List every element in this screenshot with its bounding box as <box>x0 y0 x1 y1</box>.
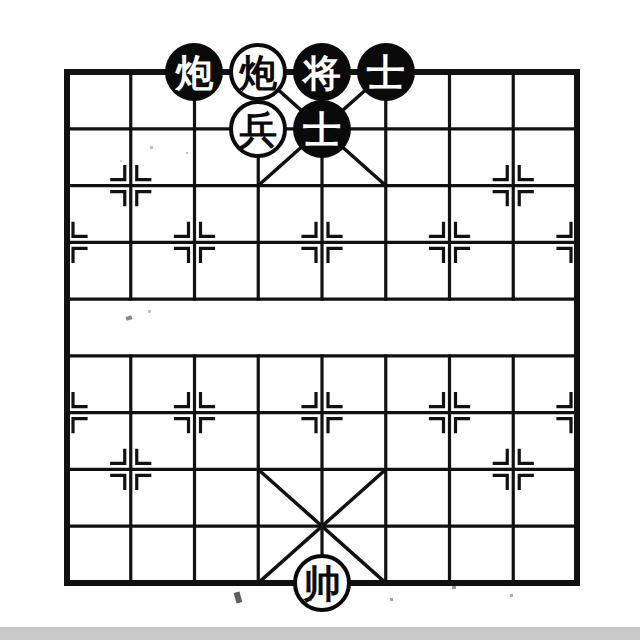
board-point <box>545 214 609 271</box>
board-point <box>163 498 227 555</box>
board-point <box>99 327 163 384</box>
board-point <box>354 441 418 498</box>
piece-glyph: 炮 <box>175 54 213 92</box>
board-point <box>354 498 418 555</box>
board-point: 兵 <box>226 100 290 157</box>
board-point <box>418 441 482 498</box>
board-point <box>354 214 418 271</box>
board-point <box>545 100 609 157</box>
board-point <box>99 44 163 101</box>
board-point <box>35 441 99 498</box>
board-point <box>290 498 354 555</box>
board-point: 将 <box>290 44 354 101</box>
board-point <box>35 271 99 328</box>
piece-black-cannon: 炮 <box>165 43 223 101</box>
board-point <box>163 271 227 328</box>
board-point <box>418 157 482 214</box>
board-point <box>99 384 163 441</box>
board-point <box>226 384 290 441</box>
board-point <box>290 271 354 328</box>
board-point <box>481 441 545 498</box>
piece-red-general: 帅 <box>293 554 351 612</box>
board-point <box>481 100 545 157</box>
page-bottom-bar <box>0 627 640 640</box>
board-point <box>481 384 545 441</box>
board-point <box>99 214 163 271</box>
board-point <box>290 214 354 271</box>
board-point: 炮 <box>163 44 227 101</box>
board-point <box>35 498 99 555</box>
board-point <box>481 157 545 214</box>
scan-noise <box>510 594 513 597</box>
board-point <box>99 554 163 611</box>
board-point <box>163 327 227 384</box>
board-point: 帅 <box>290 554 354 611</box>
board-point <box>99 157 163 214</box>
scan-noise <box>186 152 188 154</box>
piece-black-advisor-1: 士 <box>357 43 415 101</box>
xiangqi-diagram: 炮炮将士兵士帅 <box>0 0 640 640</box>
board-point <box>226 441 290 498</box>
board-point <box>418 384 482 441</box>
board-point <box>35 157 99 214</box>
piece-red-cannon: 炮 <box>229 43 287 101</box>
board-point <box>163 441 227 498</box>
board-point <box>163 384 227 441</box>
board-point <box>354 327 418 384</box>
board-point <box>290 157 354 214</box>
board-point <box>35 384 99 441</box>
board-point <box>290 441 354 498</box>
piece-glyph: 士 <box>367 54 405 92</box>
scan-noise <box>390 598 393 601</box>
board-point <box>418 100 482 157</box>
board-point <box>545 44 609 101</box>
board-point <box>163 214 227 271</box>
board-point <box>481 498 545 555</box>
board-point <box>545 271 609 328</box>
board-point <box>226 498 290 555</box>
piece-black-advisor-2: 士 <box>293 100 351 158</box>
board-point <box>545 157 609 214</box>
board-point <box>354 157 418 214</box>
board-point <box>481 214 545 271</box>
board-point: 士 <box>290 100 354 157</box>
piece-glyph: 炮 <box>239 54 277 92</box>
piece-red-soldier: 兵 <box>229 100 287 158</box>
board-point <box>418 214 482 271</box>
piece-black-general: 将 <box>293 43 351 101</box>
board-point <box>545 384 609 441</box>
board-point: 士 <box>354 44 418 101</box>
board-point <box>35 554 99 611</box>
board-point <box>418 554 482 611</box>
board-point <box>35 214 99 271</box>
board-point <box>481 554 545 611</box>
board-point <box>163 100 227 157</box>
board-point <box>354 100 418 157</box>
board-point <box>545 554 609 611</box>
board-point <box>290 327 354 384</box>
board-point <box>99 441 163 498</box>
board-point <box>163 554 227 611</box>
scan-noise <box>150 146 153 149</box>
board-point <box>35 100 99 157</box>
board-point <box>418 498 482 555</box>
board-point <box>163 157 227 214</box>
piece-glyph: 士 <box>303 111 341 149</box>
board-point <box>481 327 545 384</box>
board-point: 炮 <box>226 44 290 101</box>
board-point <box>481 271 545 328</box>
board-point <box>226 271 290 328</box>
board-point <box>354 384 418 441</box>
board-point <box>354 554 418 611</box>
board-point <box>35 327 99 384</box>
board-point <box>226 327 290 384</box>
board-point <box>545 327 609 384</box>
board-point <box>545 498 609 555</box>
board-point <box>99 498 163 555</box>
board-point <box>226 214 290 271</box>
board-point <box>354 271 418 328</box>
board-point <box>418 327 482 384</box>
board-point <box>226 157 290 214</box>
board-point <box>290 384 354 441</box>
board-point <box>481 44 545 101</box>
board-point <box>418 44 482 101</box>
piece-glyph: 兵 <box>239 111 277 149</box>
piece-glyph: 将 <box>303 54 341 92</box>
board-point <box>545 441 609 498</box>
board-point <box>35 44 99 101</box>
xiangqi-board: 炮炮将士兵士帅 <box>35 44 609 612</box>
board-point <box>418 271 482 328</box>
